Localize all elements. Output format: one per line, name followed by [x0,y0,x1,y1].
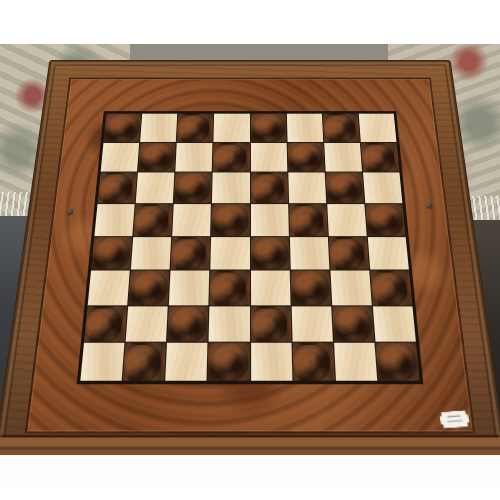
square-c2[interactable] [167,306,208,342]
square-f4[interactable] [290,237,330,270]
square-g7[interactable] [324,143,362,172]
square-h4[interactable] [368,237,409,270]
photo-scene [0,0,500,500]
price-sticker [439,410,471,429]
square-g6[interactable] [325,173,364,203]
white-margin-bottom [0,455,500,500]
square-a6[interactable] [98,173,137,203]
square-e2[interactable] [251,306,292,342]
square-g2[interactable] [332,306,374,342]
square-a8[interactable] [104,114,142,142]
square-g1[interactable] [334,343,377,381]
square-a2[interactable] [84,306,127,342]
square-d4[interactable] [211,237,250,270]
square-e7[interactable] [250,143,287,172]
square-h7[interactable] [361,143,400,172]
square-h5[interactable] [365,204,405,236]
square-f3[interactable] [290,271,331,305]
square-c8[interactable] [177,114,213,142]
square-c6[interactable] [174,173,212,203]
square-a4[interactable] [91,237,132,270]
chess-board [80,114,419,381]
square-d7[interactable] [213,143,250,172]
square-c1[interactable] [165,343,207,381]
square-b1[interactable] [123,343,166,381]
square-a1[interactable] [80,343,124,381]
square-h1[interactable] [375,343,419,381]
board-border-line [77,111,424,384]
games-table [0,60,500,472]
square-g4[interactable] [329,237,369,270]
square-g5[interactable] [327,204,367,236]
square-f7[interactable] [287,143,324,172]
square-b6[interactable] [136,173,175,203]
square-a7[interactable] [101,143,140,172]
square-h2[interactable] [373,306,416,342]
square-h8[interactable] [359,114,397,142]
square-f8[interactable] [287,114,323,142]
square-e8[interactable] [250,114,286,142]
square-a3[interactable] [88,271,130,305]
square-a5[interactable] [94,204,134,236]
square-g8[interactable] [323,114,360,142]
square-f6[interactable] [288,173,326,203]
square-g3[interactable] [330,271,371,305]
square-f5[interactable] [289,204,328,236]
square-d2[interactable] [209,306,250,342]
peg-left [67,209,74,215]
square-d6[interactable] [212,173,249,203]
square-c5[interactable] [172,204,211,236]
square-e3[interactable] [251,271,291,305]
white-margin-top [0,0,500,44]
square-b3[interactable] [128,271,169,305]
square-c3[interactable] [169,271,210,305]
square-e6[interactable] [250,173,287,203]
square-b8[interactable] [140,114,177,142]
square-f2[interactable] [291,306,332,342]
square-c4[interactable] [171,237,211,270]
peg-right [426,202,433,208]
square-h3[interactable] [370,271,412,305]
square-b2[interactable] [126,306,168,342]
square-b4[interactable] [131,237,171,270]
square-e5[interactable] [250,204,288,236]
square-h6[interactable] [363,173,402,203]
square-d8[interactable] [214,114,250,142]
square-d5[interactable] [211,204,249,236]
square-d1[interactable] [208,343,249,381]
square-f1[interactable] [292,343,334,381]
square-b5[interactable] [133,204,173,236]
square-e1[interactable] [251,343,292,381]
square-c7[interactable] [176,143,213,172]
burl-veneer-border [25,78,476,434]
square-d3[interactable] [210,271,250,305]
square-b7[interactable] [138,143,176,172]
oak-frame [0,60,500,472]
square-e4[interactable] [250,237,289,270]
